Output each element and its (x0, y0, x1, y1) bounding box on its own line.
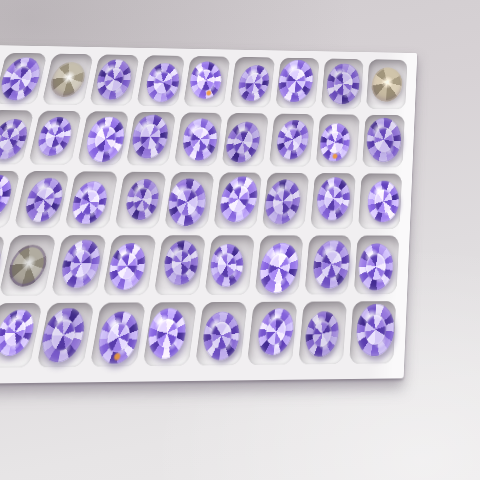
tray-cell (229, 57, 275, 108)
crystal-chaton (83, 116, 127, 162)
photo-background (0, 0, 480, 480)
crystal-chaton (302, 309, 342, 358)
crystal-chaton (164, 237, 199, 288)
tray-cell (362, 115, 405, 168)
crystal-chaton (261, 176, 305, 226)
crystal-chaton (326, 63, 361, 105)
tray-cell (304, 235, 351, 294)
tray-cell (164, 172, 215, 228)
crystal-chaton (69, 180, 111, 224)
tray-cell (77, 111, 129, 165)
crystal-chaton (366, 115, 403, 163)
tray-cell (136, 55, 185, 106)
tray-cell (51, 235, 107, 295)
tray-cell (358, 173, 402, 228)
tray-cell (126, 112, 177, 166)
tray-cell (255, 235, 304, 294)
crystal-chaton (253, 304, 299, 359)
tray-cell (28, 111, 82, 165)
crystal-chaton (358, 242, 393, 291)
flipped-chaton-foil-back (45, 58, 90, 100)
tray-cell (349, 301, 396, 364)
tray-cell (366, 59, 407, 109)
tray-cell (36, 303, 94, 368)
tray-cell (222, 113, 269, 166)
tray-cell (316, 114, 360, 167)
crystal-chaton (214, 171, 264, 226)
tray-cell (262, 173, 309, 229)
tray-cell (0, 53, 47, 105)
crystal-chaton (94, 58, 133, 100)
tray-cell (89, 54, 139, 105)
crystal-chaton (315, 176, 352, 220)
tray-cell (0, 303, 43, 368)
crystal-chaton (33, 115, 76, 158)
crystal-chaton (57, 238, 104, 288)
crystal-chaton (36, 306, 89, 364)
tray-cell (90, 302, 146, 366)
tray-cell (213, 172, 262, 228)
tray-cell (14, 171, 70, 228)
crystal-chaton (355, 303, 395, 357)
tray-cell (269, 114, 315, 167)
crystal-chaton (181, 114, 219, 164)
flipped-chaton-foil-back (3, 240, 53, 290)
tray-cell (247, 302, 298, 365)
crystal-chaton (0, 305, 40, 359)
crystal-chaton (310, 238, 352, 289)
crystal-chaton (0, 115, 33, 163)
crystal-chaton (167, 174, 207, 230)
tray-cell (310, 173, 356, 229)
crystal-chaton (147, 60, 180, 104)
crystal-chaton (208, 239, 247, 291)
crystal-chaton (0, 54, 46, 104)
crystal-chaton (221, 118, 266, 166)
tray-cell (114, 172, 166, 229)
tray-cell (204, 235, 255, 295)
tray-cell (195, 302, 248, 366)
crystal-chaton (201, 306, 242, 365)
crystal-chaton (132, 112, 169, 160)
tray-cell (275, 58, 319, 108)
crystal-chaton (254, 239, 303, 296)
crystal-chaton (125, 177, 160, 221)
tray-cell (154, 235, 207, 295)
tray-cell (354, 236, 400, 295)
crystal-chaton (20, 175, 68, 224)
tray-cell (298, 301, 347, 364)
tray-cell (0, 235, 57, 296)
crystal-chaton (95, 310, 141, 365)
tray-cell (174, 112, 223, 166)
crystal-chaton (275, 58, 316, 104)
tray-cell (321, 58, 364, 108)
rhinestone-tray (0, 44, 417, 385)
crystal-chaton (148, 305, 186, 362)
crystal-chaton (107, 241, 147, 290)
crystal-chaton (319, 123, 352, 162)
crystal-chaton (273, 117, 312, 161)
tray-cell (183, 56, 230, 107)
crystal-chaton (188, 57, 224, 102)
crystal-chaton (234, 62, 274, 104)
tray-cell (42, 54, 94, 105)
tray-cell (143, 302, 197, 366)
flipped-chaton-foil-back (369, 65, 404, 103)
tray-cell (64, 171, 118, 228)
tray-cell (102, 235, 156, 295)
crystal-chaton (367, 179, 399, 223)
